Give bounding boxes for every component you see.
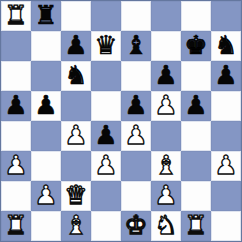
square-a7[interactable] [1,31,31,61]
piece-white-queen: ♛ [64,182,87,208]
square-g8[interactable] [181,1,211,31]
piece-white-pawn: ♟ [34,182,57,208]
piece-black-pawn: ♟ [64,32,87,58]
square-e7[interactable]: ♝ [121,31,151,61]
piece-white-pawn: ♟ [94,152,117,178]
square-b6[interactable] [31,61,61,91]
square-d1[interactable] [91,211,121,241]
square-c7[interactable]: ♟ [61,31,91,61]
square-g1[interactable]: ♜ [181,211,211,241]
piece-black-queen: ♛ [94,32,117,58]
square-a8[interactable]: ♜ [1,1,31,31]
piece-black-pawn: ♟ [34,92,57,118]
piece-black-pawn: ♟ [184,92,207,118]
square-a1[interactable]: ♜ [1,211,31,241]
square-c4[interactable]: ♟ [61,121,91,151]
square-f7[interactable] [151,31,181,61]
square-h7[interactable]: ♞ [211,31,241,61]
piece-black-pawn: ♟ [154,62,177,88]
square-c3[interactable] [61,151,91,181]
square-h4[interactable] [211,121,241,151]
square-f3[interactable]: ♝ [151,151,181,181]
square-a5[interactable]: ♟ [1,91,31,121]
square-d4[interactable]: ♟ [91,121,121,151]
square-f4[interactable] [151,121,181,151]
piece-white-knight: ♞ [154,212,177,238]
square-a4[interactable] [1,121,31,151]
square-c1[interactable]: ♝ [61,211,91,241]
square-b2[interactable]: ♟ [31,181,61,211]
square-b3[interactable] [31,151,61,181]
square-a2[interactable] [1,181,31,211]
square-b7[interactable] [31,31,61,61]
square-d2[interactable] [91,181,121,211]
piece-black-knight: ♞ [214,32,237,58]
piece-black-pawn: ♟ [124,92,147,118]
square-h3[interactable]: ♟ [211,151,241,181]
square-g6[interactable] [181,61,211,91]
square-e5[interactable]: ♟ [121,91,151,121]
piece-white-pawn: ♟ [154,182,177,208]
square-g4[interactable] [181,121,211,151]
piece-white-rook: ♜ [4,2,27,28]
square-f5[interactable]: ♟ [151,91,181,121]
square-g5[interactable]: ♟ [181,91,211,121]
piece-black-pawn: ♟ [94,122,117,148]
square-h8[interactable] [211,1,241,31]
piece-black-king: ♚ [184,32,207,58]
piece-white-king: ♚ [124,212,147,238]
square-b8[interactable]: ♜ [31,1,61,31]
square-f1[interactable]: ♞ [151,211,181,241]
piece-black-knight: ♞ [64,62,87,88]
square-d3[interactable]: ♟ [91,151,121,181]
square-d8[interactable] [91,1,121,31]
piece-white-bishop: ♝ [154,152,177,178]
chess-board: ♜♜♟♛♝♚♞♞♟♟♟♟♟♟♟♟♟♟♟♟♝♟♟♛♟♜♝♚♞♜ [0,0,242,242]
square-c2[interactable]: ♛ [61,181,91,211]
square-g3[interactable] [181,151,211,181]
piece-white-bishop: ♝ [64,212,87,238]
square-e8[interactable] [121,1,151,31]
square-d5[interactable] [91,91,121,121]
square-h1[interactable] [211,211,241,241]
square-d6[interactable] [91,61,121,91]
piece-black-pawn: ♟ [214,62,237,88]
square-e3[interactable] [121,151,151,181]
square-c5[interactable] [61,91,91,121]
piece-black-pawn: ♟ [4,92,27,118]
square-e6[interactable] [121,61,151,91]
piece-black-bishop: ♝ [124,32,147,58]
square-h2[interactable] [211,181,241,211]
square-f2[interactable]: ♟ [151,181,181,211]
square-h6[interactable]: ♟ [211,61,241,91]
square-e2[interactable] [121,181,151,211]
square-b4[interactable] [31,121,61,151]
square-a3[interactable]: ♟ [1,151,31,181]
square-b1[interactable] [31,211,61,241]
piece-white-pawn: ♟ [154,92,177,118]
square-h5[interactable] [211,91,241,121]
piece-white-rook: ♜ [184,212,207,238]
square-g7[interactable]: ♚ [181,31,211,61]
square-d7[interactable]: ♛ [91,31,121,61]
square-g2[interactable] [181,181,211,211]
piece-white-pawn: ♟ [64,122,87,148]
piece-white-rook: ♜ [4,212,27,238]
square-c8[interactable] [61,1,91,31]
square-f6[interactable]: ♟ [151,61,181,91]
square-c6[interactable]: ♞ [61,61,91,91]
piece-black-rook: ♜ [34,2,57,28]
piece-white-pawn: ♟ [214,152,237,178]
piece-white-pawn: ♟ [4,152,27,178]
piece-white-pawn: ♟ [124,122,147,148]
square-b5[interactable]: ♟ [31,91,61,121]
square-f8[interactable] [151,1,181,31]
square-e4[interactable]: ♟ [121,121,151,151]
square-e1[interactable]: ♚ [121,211,151,241]
square-a6[interactable] [1,61,31,91]
